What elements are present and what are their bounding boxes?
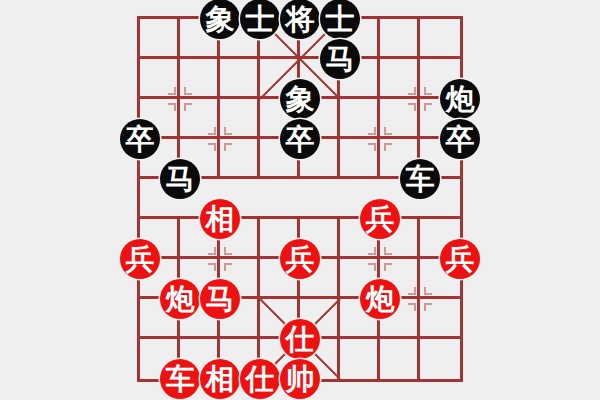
board-cell [380,19,420,59]
marker-bracket [368,263,376,271]
marker-bracket [408,87,416,95]
board-cell [380,339,420,379]
piece-red-general[interactable]: 帅 [280,359,320,399]
piece-red-elephant[interactable]: 相 [200,199,240,239]
marker-bracket [208,263,216,271]
star-point-marker [368,247,392,271]
marker-bracket [168,103,176,111]
piece-black-elephant[interactable]: 象 [200,0,240,39]
marker-bracket [208,127,216,135]
star-point-marker [208,127,232,151]
piece-black-soldier[interactable]: 卒 [280,119,320,159]
marker-bracket [384,247,392,255]
star-point-marker [168,87,192,111]
piece-red-soldier[interactable]: 兵 [280,239,320,279]
marker-bracket [424,287,432,295]
star-point-marker [408,87,432,111]
board-cell [340,339,380,379]
piece-black-soldier[interactable]: 卒 [440,119,480,159]
piece-red-elephant[interactable]: 相 [200,359,240,399]
marker-bracket [408,303,416,311]
piece-red-soldier[interactable]: 兵 [360,199,400,239]
marker-bracket [224,143,232,151]
piece-black-advisor[interactable]: 士 [240,0,280,39]
board-cell [220,59,260,99]
marker-bracket [424,87,432,95]
marker-bracket [224,247,232,255]
piece-black-elephant[interactable]: 象 [280,79,320,119]
marker-bracket [368,247,376,255]
star-point-marker [408,287,432,311]
marker-bracket [424,103,432,111]
marker-bracket [368,143,376,151]
piece-red-cannon[interactable]: 炮 [160,279,200,319]
board-cell [140,19,180,59]
piece-black-soldier[interactable]: 卒 [120,119,160,159]
piece-red-horse[interactable]: 马 [200,279,240,319]
river-cell [260,179,300,219]
marker-bracket [384,143,392,151]
marker-bracket [224,127,232,135]
piece-red-advisor[interactable]: 仕 [280,319,320,359]
marker-bracket [384,127,392,135]
marker-bracket [384,263,392,271]
piece-black-chariot[interactable]: 车 [400,159,440,199]
piece-red-cannon[interactable]: 炮 [360,279,400,319]
marker-bracket [208,143,216,151]
piece-red-advisor[interactable]: 仕 [240,359,280,399]
marker-bracket [208,247,216,255]
river-cell [300,179,340,219]
star-point-marker [208,247,232,271]
marker-bracket [184,87,192,95]
board-cell [420,19,460,59]
marker-bracket [368,127,376,135]
piece-black-horse[interactable]: 马 [160,159,200,199]
piece-black-advisor[interactable]: 士 [320,0,360,39]
marker-bracket [224,263,232,271]
marker-bracket [184,103,192,111]
piece-red-chariot[interactable]: 车 [160,359,200,399]
piece-black-general[interactable]: 将 [280,0,320,39]
marker-bracket [408,103,416,111]
marker-bracket [168,87,176,95]
piece-black-cannon[interactable]: 炮 [440,79,480,119]
piece-black-horse[interactable]: 马 [320,39,360,79]
marker-bracket [408,287,416,295]
star-point-marker [368,127,392,151]
piece-red-soldier[interactable]: 兵 [120,239,160,279]
xiangqi-app-screen: 象士将士马象炮卒卒卒马车相兵兵兵兵炮马炮仕车相仕帅 [0,0,600,400]
piece-red-soldier[interactable]: 兵 [440,239,480,279]
board-cell [420,339,460,379]
marker-bracket [424,303,432,311]
